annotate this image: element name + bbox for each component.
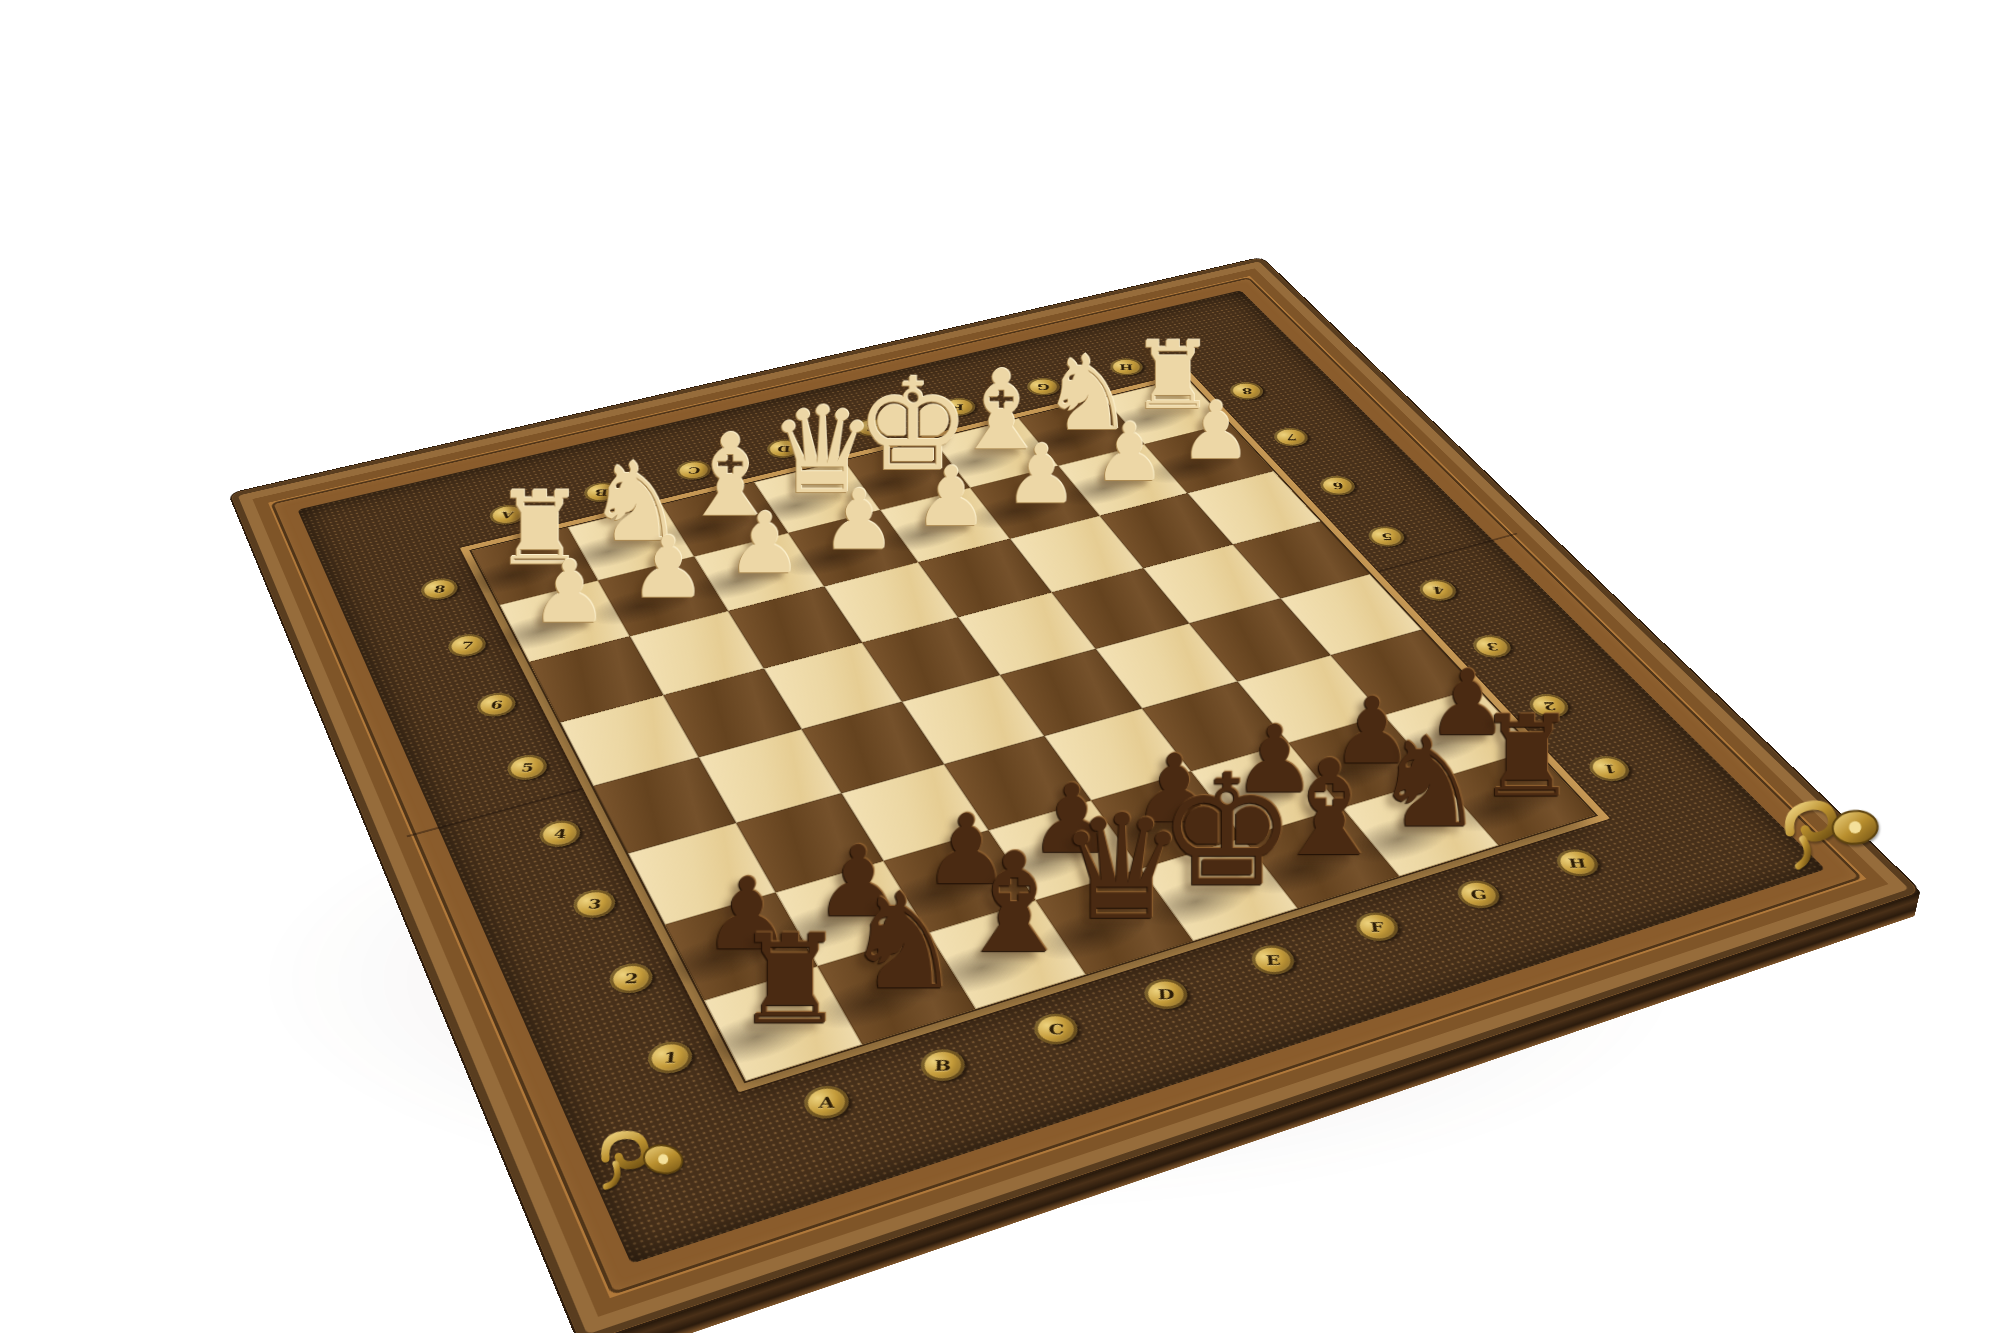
medallion-glyph: 7 (1285, 432, 1297, 442)
medallion-glyph: C (687, 465, 701, 475)
medallion-glyph: 4 (1431, 584, 1445, 595)
light-pawn-glyph: ♟ (1093, 414, 1165, 491)
dark-rook-glyph: ♜ (1476, 705, 1577, 812)
perspective-scene: ♜♞♝♛♚♝♞♜♟♟♟♟♟♟♟♟♟♟♟♟♟♟♟♟♜♞♝♛♚♝♞♜ AA11BB2… (0, 0, 2000, 1333)
medallion-glyph: 8 (432, 583, 446, 594)
medallion-glyph: B (594, 487, 609, 497)
dark-rook-glyph: ♜ (734, 923, 844, 1040)
light-pawn-glyph: ♟ (727, 504, 803, 584)
medallion-glyph: G (1037, 382, 1050, 391)
brass-clasp-right (1779, 791, 1886, 876)
medallion-glyph: E (866, 423, 878, 433)
light-pawn-glyph: ♟ (1180, 393, 1251, 469)
medallion-glyph: D (777, 444, 791, 454)
light-pawn-glyph: ♟ (531, 552, 608, 634)
medallion-glyph: 8 (1241, 386, 1253, 395)
brass-clasp-left (590, 1119, 693, 1208)
product-photo-canvas: ♜♞♝♛♚♝♞♜♟♟♟♟♟♟♟♟♟♟♟♟♟♟♟♟♜♞♝♛♚♝♞♜ AA11BB2… (0, 0, 2000, 1333)
dark-queen-glyph: ♛ (1057, 799, 1187, 937)
dark-knight-glyph: ♞ (844, 878, 963, 1004)
medallion-glyph: F (953, 402, 964, 411)
light-pawn-glyph: ♟ (914, 458, 988, 536)
dark-bishop-glyph: ♝ (952, 839, 1076, 970)
medallion-glyph: 5 (1380, 531, 1393, 542)
medallion-glyph: A (500, 509, 515, 520)
light-pawn-glyph: ♟ (821, 481, 896, 560)
light-pawn-glyph: ♟ (630, 527, 706, 608)
chess-board: ♜♞♝♛♚♝♞♜♟♟♟♟♟♟♟♟♟♟♟♟♟♟♟♟♜♞♝♛♚♝♞♜ AA11BB2… (230, 258, 1920, 1333)
medallion-glyph: 7 (460, 639, 475, 651)
medallion-glyph: 6 (1331, 480, 1344, 490)
light-pawn-glyph: ♟ (1005, 436, 1078, 513)
dark-knight-glyph: ♞ (1373, 723, 1485, 841)
medallion-glyph: H (1119, 362, 1133, 371)
